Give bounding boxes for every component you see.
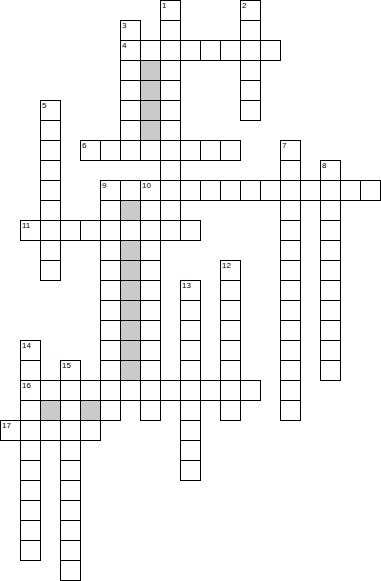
grid-cell[interactable] [60, 460, 81, 481]
grid-cell[interactable] [200, 40, 221, 61]
grid-cell[interactable] [60, 500, 81, 521]
grid-cell[interactable] [60, 440, 81, 461]
grid-cell[interactable] [180, 340, 201, 361]
grid-cell[interactable] [320, 160, 341, 181]
grid-cell[interactable] [180, 40, 201, 61]
grid-cell[interactable] [40, 200, 61, 221]
grid-cell-shaded[interactable] [140, 60, 161, 81]
grid-cell[interactable] [280, 380, 301, 401]
grid-cell[interactable] [280, 260, 301, 281]
grid-cell[interactable] [140, 240, 161, 261]
grid-cell[interactable] [140, 40, 161, 61]
grid-cell[interactable] [20, 520, 41, 541]
grid-cell[interactable] [0, 420, 21, 441]
grid-cell[interactable] [160, 380, 181, 401]
grid-cell[interactable] [140, 320, 161, 341]
grid-cell[interactable] [340, 180, 361, 201]
grid-cell[interactable] [200, 380, 221, 401]
grid-cell[interactable] [280, 240, 301, 261]
grid-cell[interactable] [120, 120, 141, 141]
grid-cell[interactable] [180, 460, 201, 481]
grid-cell[interactable] [40, 380, 61, 401]
grid-cell[interactable] [20, 480, 41, 501]
grid-cell[interactable] [280, 280, 301, 301]
grid-cell[interactable] [280, 340, 301, 361]
grid-cell[interactable] [120, 20, 141, 41]
grid-cell[interactable] [100, 180, 121, 201]
grid-cell[interactable] [40, 180, 61, 201]
grid-cell[interactable] [160, 200, 181, 221]
grid-cell[interactable] [20, 400, 41, 421]
grid-cell[interactable] [20, 500, 41, 521]
grid-cell[interactable] [260, 40, 281, 61]
grid-cell[interactable] [180, 320, 201, 341]
grid-cell[interactable] [100, 300, 121, 321]
grid-cell[interactable] [60, 560, 81, 581]
grid-cell[interactable] [40, 260, 61, 281]
grid-cell[interactable] [100, 240, 121, 261]
grid-cell-shaded[interactable] [120, 260, 141, 281]
grid-cell[interactable] [40, 140, 61, 161]
grid-cell[interactable] [20, 220, 41, 241]
grid-cell[interactable] [80, 420, 101, 441]
grid-cell[interactable] [20, 340, 41, 361]
grid-cell[interactable] [240, 180, 261, 201]
grid-cell[interactable] [100, 260, 121, 281]
grid-cell[interactable] [140, 220, 161, 241]
grid-cell[interactable] [160, 160, 181, 181]
grid-cell[interactable] [300, 180, 321, 201]
grid-cell[interactable] [140, 300, 161, 321]
grid-cell[interactable] [220, 260, 241, 281]
grid-cell[interactable] [160, 0, 181, 21]
grid-cell[interactable] [280, 180, 301, 201]
grid-cell[interactable] [60, 480, 81, 501]
grid-cell-shaded[interactable] [40, 400, 61, 421]
grid-cell[interactable] [140, 280, 161, 301]
grid-cell[interactable] [160, 60, 181, 81]
grid-cell-shaded[interactable] [120, 240, 141, 261]
grid-cell[interactable] [60, 520, 81, 541]
grid-cell[interactable] [220, 140, 241, 161]
grid-cell[interactable] [220, 360, 241, 381]
grid-cell[interactable] [160, 220, 181, 241]
grid-cell[interactable] [320, 360, 341, 381]
grid-cell[interactable] [220, 400, 241, 421]
grid-cell[interactable] [200, 140, 221, 161]
grid-cell[interactable] [120, 180, 141, 201]
grid-cell[interactable] [220, 320, 241, 341]
grid-cell-shaded[interactable] [120, 360, 141, 381]
grid-cell[interactable] [320, 320, 341, 341]
grid-cell[interactable] [140, 180, 161, 201]
grid-cell[interactable] [60, 400, 81, 421]
grid-cell[interactable] [180, 180, 201, 201]
grid-cell[interactable] [20, 380, 41, 401]
grid-cell[interactable] [100, 340, 121, 361]
grid-cell[interactable] [40, 100, 61, 121]
grid-cell[interactable] [280, 160, 301, 181]
grid-cell[interactable] [320, 260, 341, 281]
grid-cell[interactable] [240, 0, 261, 21]
grid-cell[interactable] [180, 400, 201, 421]
grid-cell[interactable] [160, 20, 181, 41]
grid-cell[interactable] [180, 300, 201, 321]
grid-cell[interactable] [140, 360, 161, 381]
grid-cell[interactable] [200, 180, 221, 201]
grid-cell[interactable] [220, 280, 241, 301]
grid-cell[interactable] [160, 120, 181, 141]
grid-cell[interactable] [60, 380, 81, 401]
grid-cell[interactable] [320, 200, 341, 221]
grid-cell[interactable] [320, 280, 341, 301]
grid-cell[interactable] [80, 140, 101, 161]
grid-cell[interactable] [180, 280, 201, 301]
grid-cell[interactable] [60, 420, 81, 441]
grid-cell[interactable] [140, 260, 161, 281]
grid-cell-shaded[interactable] [120, 280, 141, 301]
grid-cell[interactable] [280, 360, 301, 381]
grid-cell[interactable] [20, 460, 41, 481]
grid-cell[interactable] [180, 380, 201, 401]
grid-cell-shaded[interactable] [140, 120, 161, 141]
grid-cell[interactable] [280, 140, 301, 161]
crossword-board: 1234567891011121314151617 [0, 0, 381, 581]
grid-cell[interactable] [40, 220, 61, 241]
grid-cell[interactable] [100, 200, 121, 221]
grid-cell[interactable] [280, 300, 301, 321]
grid-cell[interactable] [140, 200, 161, 221]
grid-cell[interactable] [240, 80, 261, 101]
grid-cell-shaded[interactable] [120, 320, 141, 341]
grid-cell[interactable] [100, 400, 121, 421]
grid-cell[interactable] [360, 180, 381, 201]
grid-cell[interactable] [260, 180, 281, 201]
grid-cell[interactable] [320, 300, 341, 321]
grid-cell[interactable] [140, 380, 161, 401]
grid-cell[interactable] [160, 180, 181, 201]
grid-cell[interactable] [100, 380, 121, 401]
grid-cell[interactable] [240, 380, 261, 401]
grid-cell[interactable] [120, 140, 141, 161]
grid-cell[interactable] [120, 80, 141, 101]
grid-cell[interactable] [280, 220, 301, 241]
grid-cell[interactable] [320, 240, 341, 261]
grid-cell[interactable] [220, 40, 241, 61]
grid-cell-shaded[interactable] [140, 100, 161, 121]
grid-cell[interactable] [220, 340, 241, 361]
grid-cell-shaded[interactable] [120, 340, 141, 361]
grid-cell[interactable] [240, 40, 261, 61]
grid-cell[interactable] [80, 380, 101, 401]
grid-cell[interactable] [120, 220, 141, 241]
grid-cell[interactable] [160, 140, 181, 161]
grid-cell[interactable] [220, 300, 241, 321]
grid-cell[interactable] [280, 200, 301, 221]
grid-cell-shaded[interactable] [120, 200, 141, 221]
grid-cell[interactable] [140, 400, 161, 421]
grid-cell[interactable] [20, 360, 41, 381]
grid-cell[interactable] [160, 100, 181, 121]
grid-cell[interactable] [100, 360, 121, 381]
grid-cell[interactable] [40, 120, 61, 141]
grid-cell[interactable] [220, 180, 241, 201]
grid-cell[interactable] [180, 360, 201, 381]
grid-cell[interactable] [320, 220, 341, 241]
grid-cell[interactable] [320, 340, 341, 361]
grid-cell[interactable] [240, 20, 261, 41]
grid-cell[interactable] [100, 140, 121, 161]
grid-cell[interactable] [60, 220, 81, 241]
grid-cell[interactable] [180, 420, 201, 441]
grid-cell[interactable] [40, 160, 61, 181]
grid-cell[interactable] [140, 140, 161, 161]
grid-cell[interactable] [60, 540, 81, 561]
grid-cell[interactable] [180, 440, 201, 461]
grid-cell[interactable] [100, 320, 121, 341]
grid-cell[interactable] [160, 80, 181, 101]
grid-cell-shaded[interactable] [140, 80, 161, 101]
grid-cell-shaded[interactable] [120, 300, 141, 321]
grid-cell[interactable] [320, 180, 341, 201]
grid-cell[interactable] [240, 100, 261, 121]
grid-cell[interactable] [100, 280, 121, 301]
grid-cell[interactable] [120, 100, 141, 121]
grid-cell[interactable] [180, 220, 201, 241]
grid-cell[interactable] [120, 380, 141, 401]
grid-cell[interactable] [100, 220, 121, 241]
grid-cell[interactable] [20, 540, 41, 561]
grid-cell[interactable] [20, 440, 41, 461]
grid-cell[interactable] [40, 420, 61, 441]
grid-cell[interactable] [120, 40, 141, 61]
grid-cell[interactable] [20, 420, 41, 441]
grid-cell[interactable] [40, 240, 61, 261]
grid-cell[interactable] [180, 140, 201, 161]
grid-cell[interactable] [80, 220, 101, 241]
grid-cell[interactable] [160, 40, 181, 61]
grid-cell[interactable] [240, 60, 261, 81]
grid-cell[interactable] [120, 60, 141, 81]
grid-cell[interactable] [280, 400, 301, 421]
grid-cell[interactable] [280, 320, 301, 341]
grid-cell[interactable] [220, 380, 241, 401]
grid-cell-shaded[interactable] [80, 400, 101, 421]
grid-cell[interactable] [60, 360, 81, 381]
grid-cell[interactable] [140, 340, 161, 361]
